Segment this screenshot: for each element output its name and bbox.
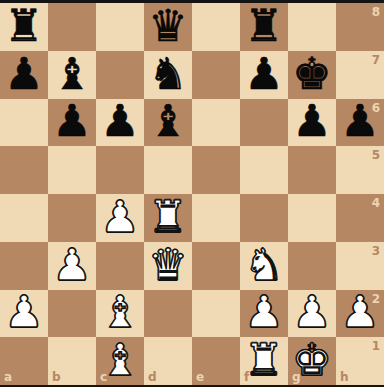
square-h4[interactable]: 4 bbox=[336, 194, 384, 242]
rank-label-2: 2 bbox=[372, 293, 380, 305]
piece-white-pawn[interactable]: ♟ bbox=[244, 290, 283, 334]
square-a2[interactable]: ♟ bbox=[0, 290, 48, 338]
square-h7[interactable]: 7 bbox=[336, 51, 384, 99]
square-f8[interactable]: ♜ bbox=[240, 3, 288, 51]
square-c5[interactable] bbox=[96, 146, 144, 194]
square-e7[interactable] bbox=[192, 51, 240, 99]
piece-white-rook[interactable]: ♜ bbox=[148, 195, 187, 239]
square-g7[interactable]: ♚ bbox=[288, 51, 336, 99]
square-f6[interactable] bbox=[240, 99, 288, 147]
piece-black-rook[interactable]: ♜ bbox=[244, 4, 283, 48]
square-f4[interactable] bbox=[240, 194, 288, 242]
piece-white-queen[interactable]: ♛ bbox=[148, 243, 187, 287]
square-c2[interactable]: ♝ bbox=[96, 290, 144, 338]
square-c1[interactable]: ♝c bbox=[96, 337, 144, 385]
square-c6[interactable]: ♟ bbox=[96, 99, 144, 147]
square-f7[interactable]: ♟ bbox=[240, 51, 288, 99]
square-c4[interactable]: ♟ bbox=[96, 194, 144, 242]
square-g2[interactable]: ♟ bbox=[288, 290, 336, 338]
square-b1[interactable]: b bbox=[48, 337, 96, 385]
square-e2[interactable] bbox=[192, 290, 240, 338]
piece-black-rook[interactable]: ♜ bbox=[4, 4, 43, 48]
square-f1[interactable]: ♜f bbox=[240, 337, 288, 385]
square-b8[interactable] bbox=[48, 3, 96, 51]
square-b4[interactable] bbox=[48, 194, 96, 242]
square-d4[interactable]: ♜ bbox=[144, 194, 192, 242]
file-label-b: b bbox=[52, 371, 61, 383]
square-d1[interactable]: d bbox=[144, 337, 192, 385]
piece-black-knight[interactable]: ♞ bbox=[148, 52, 187, 96]
file-label-e: e bbox=[196, 371, 204, 383]
piece-black-pawn[interactable]: ♟ bbox=[100, 99, 139, 143]
square-e5[interactable] bbox=[192, 146, 240, 194]
piece-white-bishop[interactable]: ♝ bbox=[100, 290, 139, 334]
chess-board-frame: ♜♛♜8♟♝♞♟♚7♟♟♝♟♟65♟♜4♟♛♞3♟♝♟♟♟2ab♝cde♜f♚g… bbox=[0, 0, 384, 387]
square-d7[interactable]: ♞ bbox=[144, 51, 192, 99]
piece-black-pawn[interactable]: ♟ bbox=[4, 52, 43, 96]
square-h3[interactable]: 3 bbox=[336, 242, 384, 290]
square-h8[interactable]: 8 bbox=[336, 3, 384, 51]
square-f2[interactable]: ♟ bbox=[240, 290, 288, 338]
rank-label-3: 3 bbox=[372, 245, 380, 257]
square-g8[interactable] bbox=[288, 3, 336, 51]
piece-white-knight[interactable]: ♞ bbox=[244, 243, 283, 287]
file-label-d: d bbox=[148, 371, 157, 383]
square-c8[interactable] bbox=[96, 3, 144, 51]
square-d3[interactable]: ♛ bbox=[144, 242, 192, 290]
square-a8[interactable]: ♜ bbox=[0, 3, 48, 51]
square-g3[interactable] bbox=[288, 242, 336, 290]
chess-board: ♜♛♜8♟♝♞♟♚7♟♟♝♟♟65♟♜4♟♛♞3♟♝♟♟♟2ab♝cde♜f♚g… bbox=[0, 3, 384, 385]
piece-black-pawn[interactable]: ♟ bbox=[52, 99, 91, 143]
square-d8[interactable]: ♛ bbox=[144, 3, 192, 51]
piece-black-pawn[interactable]: ♟ bbox=[292, 99, 331, 143]
square-e8[interactable] bbox=[192, 3, 240, 51]
rank-label-7: 7 bbox=[372, 54, 380, 66]
piece-white-pawn[interactable]: ♟ bbox=[4, 290, 43, 334]
square-b2[interactable] bbox=[48, 290, 96, 338]
square-e4[interactable] bbox=[192, 194, 240, 242]
rank-label-4: 4 bbox=[372, 197, 380, 209]
square-g1[interactable]: ♚g bbox=[288, 337, 336, 385]
piece-white-pawn[interactable]: ♟ bbox=[100, 195, 139, 239]
rank-label-1: 1 bbox=[372, 340, 380, 352]
square-h6[interactable]: ♟6 bbox=[336, 99, 384, 147]
piece-black-pawn[interactable]: ♟ bbox=[244, 52, 283, 96]
piece-white-pawn[interactable]: ♟ bbox=[292, 290, 331, 334]
square-b5[interactable] bbox=[48, 146, 96, 194]
square-b7[interactable]: ♝ bbox=[48, 51, 96, 99]
square-h1[interactable]: 1h bbox=[336, 337, 384, 385]
file-label-f: f bbox=[244, 371, 249, 383]
square-a3[interactable] bbox=[0, 242, 48, 290]
square-b6[interactable]: ♟ bbox=[48, 99, 96, 147]
piece-black-bishop[interactable]: ♝ bbox=[148, 99, 187, 143]
square-h2[interactable]: ♟2 bbox=[336, 290, 384, 338]
square-h5[interactable]: 5 bbox=[336, 146, 384, 194]
file-label-a: a bbox=[4, 371, 12, 383]
rank-label-8: 8 bbox=[372, 6, 380, 18]
file-label-c: c bbox=[100, 371, 107, 383]
square-c7[interactable] bbox=[96, 51, 144, 99]
piece-black-bishop[interactable]: ♝ bbox=[52, 52, 91, 96]
square-a5[interactable] bbox=[0, 146, 48, 194]
square-d5[interactable] bbox=[144, 146, 192, 194]
square-e3[interactable] bbox=[192, 242, 240, 290]
square-b3[interactable]: ♟ bbox=[48, 242, 96, 290]
square-f3[interactable]: ♞ bbox=[240, 242, 288, 290]
file-label-g: g bbox=[292, 371, 301, 383]
square-d2[interactable] bbox=[144, 290, 192, 338]
square-a1[interactable]: a bbox=[0, 337, 48, 385]
piece-white-pawn[interactable]: ♟ bbox=[52, 243, 91, 287]
piece-white-rook[interactable]: ♜ bbox=[244, 338, 283, 382]
file-label-h: h bbox=[340, 371, 349, 383]
piece-black-queen[interactable]: ♛ bbox=[148, 4, 187, 48]
square-e6[interactable] bbox=[192, 99, 240, 147]
square-c3[interactable] bbox=[96, 242, 144, 290]
square-d6[interactable]: ♝ bbox=[144, 99, 192, 147]
square-e1[interactable]: e bbox=[192, 337, 240, 385]
square-g4[interactable] bbox=[288, 194, 336, 242]
rank-label-5: 5 bbox=[372, 149, 380, 161]
square-g6[interactable]: ♟ bbox=[288, 99, 336, 147]
piece-black-king[interactable]: ♚ bbox=[292, 52, 331, 96]
square-a7[interactable]: ♟ bbox=[0, 51, 48, 99]
square-g5[interactable] bbox=[288, 146, 336, 194]
rank-label-6: 6 bbox=[372, 102, 380, 114]
square-a4[interactable] bbox=[0, 194, 48, 242]
square-a6[interactable] bbox=[0, 99, 48, 147]
square-f5[interactable] bbox=[240, 146, 288, 194]
